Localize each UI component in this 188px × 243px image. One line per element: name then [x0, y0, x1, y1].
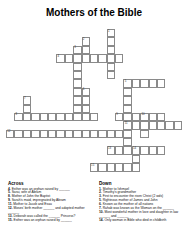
page-title: Mothers of the Bible	[0, 7, 188, 18]
grid-cell[interactable]	[65, 113, 73, 121]
grid-cell[interactable]: 1	[107, 29, 115, 37]
clue-number: 7	[24, 97, 26, 100]
grid-cell[interactable]	[123, 105, 131, 113]
grid-cell[interactable]	[107, 63, 115, 71]
grid-cell[interactable]: 2	[82, 37, 90, 45]
across-header: Across	[8, 181, 93, 186]
grid-cell[interactable]	[73, 88, 81, 96]
grid-cell[interactable]	[31, 113, 39, 121]
grid-cell[interactable]	[115, 146, 123, 154]
grid-cell[interactable]	[132, 121, 140, 129]
grid-cell[interactable]	[82, 46, 90, 54]
grid-cell[interactable]	[56, 113, 64, 121]
grid-cell[interactable]: 13	[107, 146, 115, 154]
grid-cell[interactable]	[123, 88, 131, 96]
clue-number: 12	[7, 130, 10, 133]
grid-cell[interactable]	[132, 155, 140, 163]
grid-cell[interactable]	[107, 130, 115, 138]
grid-cell[interactable]	[98, 130, 106, 138]
grid-cell[interactable]: 15	[90, 163, 98, 171]
clue-item: 15. Esther was an orphan raised by _____…	[8, 219, 93, 223]
grid-cell[interactable]	[107, 54, 115, 62]
grid-cell[interactable]: 6	[82, 88, 90, 96]
grid-cell[interactable]	[90, 54, 98, 62]
grid-cell[interactable]	[123, 146, 131, 154]
grid-cell[interactable]: 4	[56, 54, 64, 62]
grid-cell[interactable]	[31, 130, 39, 138]
grid-cell[interactable]: 5	[123, 79, 131, 87]
grid-cell[interactable]: 12	[6, 130, 14, 138]
grid-cell[interactable]	[132, 163, 140, 171]
grid-cell[interactable]	[73, 63, 81, 71]
grid-cell[interactable]	[123, 96, 131, 104]
grid-cell[interactable]	[157, 79, 165, 87]
clue-number: 5	[125, 80, 127, 83]
grid-cell[interactable]	[14, 130, 22, 138]
grid-cell[interactable]	[174, 121, 182, 129]
clue-number: 1	[108, 30, 110, 33]
grid-cell[interactable]	[73, 105, 81, 113]
grid-cell[interactable]	[165, 121, 173, 129]
grid-cell[interactable]	[82, 105, 90, 113]
grid-cell[interactable]	[82, 96, 90, 104]
clue-number: 4	[58, 55, 60, 58]
grid-cell[interactable]	[23, 113, 31, 121]
grid-cell[interactable]	[107, 163, 115, 171]
grid-cell[interactable]	[132, 113, 140, 121]
grid-cell[interactable]	[123, 130, 131, 138]
grid-cell[interactable]	[157, 121, 165, 129]
grid-cell[interactable]	[115, 130, 123, 138]
grid-cell[interactable]	[123, 138, 131, 146]
grid-cell[interactable]	[140, 146, 148, 154]
clue-number: 11	[125, 122, 128, 125]
grid-cell[interactable]	[140, 121, 148, 129]
grid-cell[interactable]: 7	[23, 96, 31, 104]
grid-cell[interactable]	[48, 113, 56, 121]
grid-cell[interactable]	[107, 37, 115, 45]
down-clues: Down 1. Mother to Ishmael2. Timothy's gr…	[99, 181, 184, 223]
grid-cell[interactable]	[73, 96, 81, 104]
grid-cell[interactable]	[73, 113, 81, 121]
grid-cell[interactable]	[73, 130, 81, 138]
grid-cell[interactable]	[157, 146, 165, 154]
clue-number: 2	[83, 38, 85, 41]
grid-cell[interactable]	[157, 113, 165, 121]
grid-cell[interactable]: 14	[132, 146, 140, 154]
clue-number: 9	[116, 113, 118, 116]
grid-cell[interactable]: 9	[115, 113, 123, 121]
crossword-grid: 123456789101112131415	[6, 29, 182, 172]
clue-number: 13	[108, 147, 111, 150]
grid-cell[interactable]	[40, 130, 48, 138]
clue-number: 8	[16, 113, 18, 116]
grid-cell[interactable]	[140, 130, 148, 138]
grid-cell[interactable]: 10	[140, 113, 148, 121]
grid-cell[interactable]	[82, 130, 90, 138]
grid-cell[interactable]	[107, 46, 115, 54]
grid-cell[interactable]	[140, 79, 148, 87]
grid-cell[interactable]	[115, 163, 123, 171]
grid-cell[interactable]	[73, 79, 81, 87]
grid-cell[interactable]	[149, 146, 157, 154]
grid-cell[interactable]	[82, 113, 90, 121]
down-header: Down	[99, 181, 184, 186]
grid-cell[interactable]: 8	[14, 113, 22, 121]
grid-cell[interactable]	[56, 130, 64, 138]
grid-cell[interactable]	[132, 79, 140, 87]
grid-cell[interactable]	[73, 54, 81, 62]
across-clues: Across 4. Esther was an orphan raised by…	[8, 181, 93, 223]
clue-item: 14. Only woman in Bible who died in chil…	[99, 219, 184, 223]
grid-cell[interactable]: 11	[123, 121, 131, 129]
grid-cell[interactable]	[73, 71, 81, 79]
clue-number: 14	[133, 147, 136, 150]
grid-cell[interactable]	[98, 54, 106, 62]
clue-number: 15	[91, 164, 94, 167]
grid-cell[interactable]	[115, 54, 123, 62]
clue-lists: Across 4. Esther was an orphan raised by…	[8, 181, 184, 223]
grid-cell[interactable]	[65, 54, 73, 62]
grid-cell[interactable]	[149, 121, 157, 129]
grid-cell[interactable]	[149, 113, 157, 121]
grid-cell[interactable]	[149, 79, 157, 87]
grid-cell[interactable]	[107, 71, 115, 79]
grid-cell[interactable]	[65, 130, 73, 138]
clue-number: 10	[141, 113, 144, 116]
grid-cell[interactable]	[98, 163, 106, 171]
grid-cell[interactable]	[123, 163, 131, 171]
grid-cell[interactable]	[90, 113, 98, 121]
grid-cell[interactable]	[90, 130, 98, 138]
grid-cell[interactable]: 3	[73, 46, 81, 54]
clue-number: 6	[83, 88, 85, 91]
grid-cell[interactable]	[40, 113, 48, 121]
grid-cell[interactable]	[23, 130, 31, 138]
grid-cell[interactable]	[48, 130, 56, 138]
clue-number: 3	[74, 46, 76, 49]
grid-cell[interactable]	[82, 54, 90, 62]
grid-cell[interactable]	[23, 105, 31, 113]
